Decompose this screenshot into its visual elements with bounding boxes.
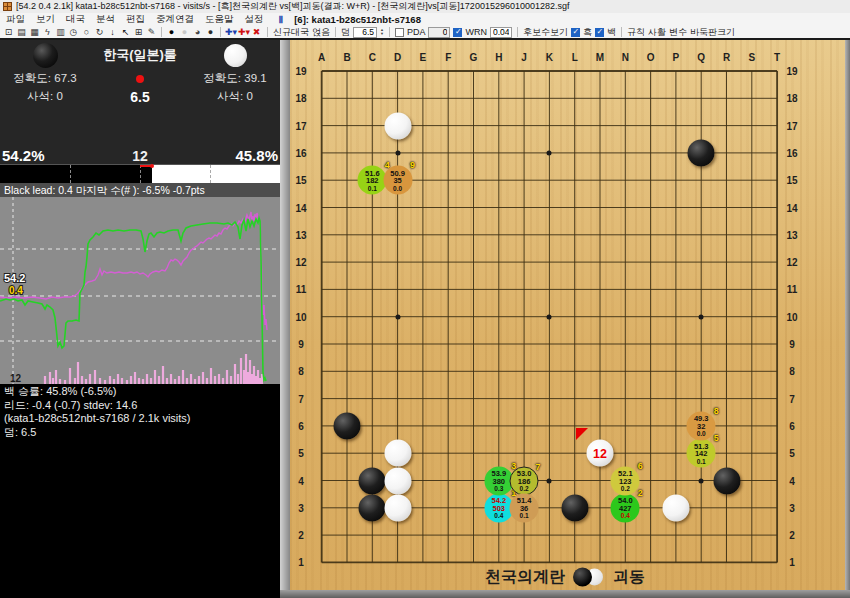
komi-input[interactable] [353, 27, 377, 38]
black-stone-Q16[interactable] [688, 139, 715, 166]
coord-col-H: H [495, 52, 502, 63]
open-folder-icon[interactable]: ▤ [16, 27, 27, 38]
black-stone-C4[interactable] [359, 467, 386, 494]
coord-row-left-12: 12 [295, 257, 306, 268]
computer-icon[interactable]: ⊡ [3, 27, 14, 38]
toolbar: ⊡▤▦ϟ▥◷○↻↓↖⊞✎●●◕●✚▾✚▾✖ 신규대국 얹음 덤 ▲▼ PDA W… [0, 26, 850, 40]
red-cross-icon[interactable]: ✚▾ [238, 27, 249, 38]
coord-col-B: B [343, 52, 350, 63]
black-stone-icon[interactable]: ● [166, 27, 177, 38]
candidate-stat: 123 [619, 477, 632, 485]
candidate-stat: 186 [518, 477, 531, 485]
coord-row-left-7: 7 [298, 393, 304, 404]
coord-row-right-19: 19 [786, 66, 797, 77]
app-window: [54.2 0.4 2.1k] kata1-b28c512nbt-s7168 -… [0, 0, 850, 598]
white-winrate-pct: 45.8% [235, 147, 278, 164]
coord-row-right-5: 5 [789, 448, 795, 459]
coord-row-right-15: 15 [786, 175, 797, 186]
separator [389, 27, 390, 37]
coord-row-right-17: 17 [786, 120, 797, 131]
coord-col-T: T [774, 52, 780, 63]
black-player-name: 천국의계란 [485, 567, 565, 588]
candidate-move-N4[interactable]: 52.11230.26 [611, 466, 640, 495]
black-candidates-label: 흑 [583, 26, 592, 39]
winrate-bar-black [0, 165, 152, 183]
star-point-D10 [395, 314, 400, 319]
white-stone-M5[interactable]: 12 [587, 440, 614, 467]
star-point-Q10 [699, 314, 704, 319]
candidate-stat: 32 [697, 422, 705, 430]
star-point-K10 [547, 314, 552, 319]
black-player-stone-icon [33, 43, 58, 68]
app-icon [3, 2, 12, 11]
coord-row-right-2: 2 [789, 530, 795, 541]
bar-25pct-mark [70, 165, 71, 183]
coord-row-left-9: 9 [298, 339, 304, 350]
candidate-stat: 0.1 [697, 457, 706, 464]
white-candidates-checkbox[interactable] [595, 28, 604, 37]
candidate-rank: 8 [714, 405, 719, 415]
players-caption: 천국의계란 괴동 [485, 567, 645, 588]
candidate-move-Q5[interactable]: 51.31420.15 [687, 439, 716, 468]
coord-row-left-17: 17 [295, 120, 306, 131]
separator [621, 27, 622, 37]
move-number-label: 12 [132, 148, 148, 164]
separator [267, 27, 268, 37]
candidate-stat: 36 [520, 504, 528, 512]
coord-row-left-5: 5 [298, 448, 304, 459]
coord-col-Q: Q [697, 52, 705, 63]
svg-text:12: 12 [10, 373, 22, 384]
panel-filler [0, 440, 280, 598]
separator [161, 27, 162, 37]
coord-col-L: L [572, 52, 578, 63]
coord-col-G: G [470, 52, 478, 63]
candidate-stat: 503 [493, 504, 506, 512]
black-winrate-pct: 54.2% [2, 147, 45, 164]
pda-input[interactable] [428, 27, 450, 38]
coord-row-right-7: 7 [789, 393, 795, 404]
star-point-D16 [395, 150, 400, 155]
lifedeath-button[interactable]: 사활 [648, 26, 666, 39]
window-title: [54.2 0.4 2.1k] kata1-b28c512nbt-s7168 -… [16, 0, 569, 13]
coord-col-R: R [723, 52, 730, 63]
white-candidates-label: 백 [607, 26, 616, 39]
black-stone-L3[interactable] [561, 494, 588, 521]
komi-spinner[interactable]: ▲▼ [380, 28, 384, 36]
coord-row-left-13: 13 [295, 229, 306, 240]
komi-label: 덤 [341, 26, 350, 39]
coord-col-O: O [647, 52, 655, 63]
coord-col-P: P [673, 52, 680, 63]
pda-checkbox[interactable] [395, 28, 404, 37]
blue-cross-icon[interactable]: ✚▾ [225, 27, 236, 38]
coord-row-right-14: 14 [786, 202, 797, 213]
menu-6[interactable]: 도움말 [205, 13, 234, 26]
info-line-1: 리드: -0.4 (-0.7) stdev: 14.6 [4, 399, 276, 413]
clock-icon[interactable]: ◷ [68, 27, 79, 38]
engine-info-text: 백 승률: 45.8% (-6.5%)리드: -0.4 (-0.7) stdev… [0, 384, 280, 440]
coord-row-right-10: 10 [786, 311, 797, 322]
white-stone-D3[interactable] [384, 494, 411, 521]
bar-75pct-mark [210, 165, 211, 183]
analysis-panel: 한국(일본)룰 정확도: 67.3 정확도: 39.1 사석: 0 6.5 사석… [0, 40, 280, 598]
candidate-stat: 182 [366, 177, 379, 185]
coord-row-left-6: 6 [298, 420, 304, 431]
menu-2[interactable]: 대국 [66, 13, 85, 26]
pda-label: PDA [407, 27, 426, 37]
star-point-Q4 [699, 478, 704, 483]
white-player-name: 괴동 [613, 567, 645, 588]
menu-bar: 파일보기대국분석편집중계연결도움말설정 Ⅱ [6]: kata1-b28c512… [0, 13, 850, 26]
white-stone-P3[interactable] [662, 494, 689, 521]
white-captures: 사석: 0 [190, 87, 280, 106]
candidate-rank: 7 [536, 461, 541, 471]
coord-col-J: J [521, 52, 527, 63]
candidate-stat: 0.1 [520, 512, 529, 519]
save-icon[interactable]: ▦ [29, 27, 40, 38]
white-player-stone-icon [224, 44, 247, 67]
graph-canvas[interactable]: 54.20.412 [0, 197, 280, 384]
candidate-stat: 427 [619, 504, 632, 512]
coord-col-C: C [369, 52, 376, 63]
menu-1[interactable]: 보기 [36, 13, 55, 26]
bar-deviation-dot [150, 164, 154, 168]
coord-col-F: F [445, 52, 451, 63]
star-point-K4 [547, 478, 552, 483]
black-stone-icon [573, 568, 592, 587]
grid-icon[interactable]: ⊞ [133, 27, 144, 38]
coord-row-right-4: 4 [789, 475, 795, 486]
candidate-stat: 35 [393, 177, 401, 185]
separator [335, 27, 336, 37]
candidate-move-N3[interactable]: 54.04270.42 [611, 493, 640, 522]
board-frame-bottom [280, 590, 850, 598]
current-move-dot-icon [136, 75, 144, 83]
winrate-labels: 54.2% 12 45.8% [0, 144, 280, 164]
black-stone-B6[interactable] [334, 412, 361, 439]
star-point-K16 [547, 150, 552, 155]
candidate-rank: 9 [410, 160, 415, 170]
chart-icon[interactable]: ▥ [55, 27, 66, 38]
candidate-move-J4[interactable]: 53.01860.27 [510, 466, 539, 495]
status-line: Black lead: 0.4 마지막 수(# ): -6.5% -0.7pts [0, 183, 280, 197]
rule-label: 한국(일본)룰 [103, 46, 177, 64]
coord-row-left-15: 15 [295, 175, 306, 186]
komi-value: 6.5 [130, 89, 149, 105]
coord-row-right-13: 13 [786, 229, 797, 240]
coord-row-right-3: 3 [789, 502, 795, 513]
board-frame-right [845, 40, 850, 598]
lightning-icon[interactable]: ϟ [42, 27, 53, 38]
coord-row-left-18: 18 [295, 93, 306, 104]
coord-col-N: N [622, 52, 629, 63]
coord-row-left-4: 4 [298, 475, 304, 486]
coord-row-right-9: 9 [789, 339, 795, 350]
candidates-toggle-label[interactable]: 후보수보기 [523, 26, 568, 39]
back-arrow-icon[interactable]: ↖ [120, 27, 131, 38]
coord-row-left-14: 14 [295, 202, 306, 213]
white-stone-D5[interactable] [384, 440, 411, 467]
black-stone-C3[interactable] [359, 494, 386, 521]
coord-row-right-16: 16 [786, 147, 797, 158]
candidate-rank: 2 [638, 487, 643, 497]
last-move-flag-icon [576, 428, 588, 440]
svg-text:54.2: 54.2 [4, 272, 25, 284]
engine-status: [6]: kata1-b28c512nbt-s7168 [294, 14, 421, 25]
candidate-stat: 0.2 [621, 485, 630, 492]
player-info-block: 한국(일본)룰 정확도: 67.3 정확도: 39.1 사석: 0 6.5 사석… [0, 40, 280, 144]
candidate-stat: 0.3 [494, 485, 503, 492]
down-arrow-icon[interactable]: ↓ [107, 27, 118, 38]
candidate-move-D15[interactable]: 50.9350.09 [383, 166, 412, 195]
winrate-bar[interactable] [0, 164, 280, 183]
rules-button[interactable]: 규칙 [627, 26, 645, 39]
coord-row-left-19: 19 [295, 66, 306, 77]
coord-row-right-8: 8 [789, 366, 795, 377]
coord-col-A: A [318, 52, 325, 63]
white-stone-D4[interactable] [384, 467, 411, 494]
bar-50pct-mark [140, 165, 141, 183]
candidate-stat: 142 [695, 450, 708, 458]
black-candidates-checkbox[interactable] [571, 28, 580, 37]
menu-4[interactable]: 편집 [126, 13, 145, 26]
go-board[interactable]: 천국의계란 괴동 ABCDEFGHJKLMNOPQRST191918181717… [290, 40, 845, 590]
candidate-move-J3[interactable]: 51.4360.1 [510, 493, 539, 522]
white-accuracy: 정확도: 39.1 [190, 70, 280, 87]
board-frame-left [280, 40, 290, 598]
wrn-input[interactable] [490, 27, 512, 38]
coord-row-right-18: 18 [786, 93, 797, 104]
black-captures: 사석: 0 [0, 87, 90, 106]
svg-text:0.4: 0.4 [9, 285, 23, 296]
black-stone-R4[interactable] [713, 467, 740, 494]
light-stone-icon[interactable]: ● [179, 27, 190, 38]
candidate-stat: 0.1 [368, 184, 377, 191]
candidate-move-Q6[interactable]: 49.3320.08 [687, 411, 716, 440]
red-x-icon[interactable]: ✖ [251, 27, 262, 38]
winrate-graph[interactable]: 54.20.412 [0, 197, 280, 384]
info-line-3: 덤: 6.5 [4, 426, 276, 440]
coord-row-right-1: 1 [789, 557, 795, 568]
boardsize-button[interactable]: 바둑판크기 [690, 26, 735, 39]
board-panel: 천국의계란 괴동 ABCDEFGHJKLMNOPQRST191918181717… [280, 40, 850, 598]
menu-7[interactable]: 설정 [245, 13, 264, 26]
last-move-number: 12 [593, 446, 607, 460]
variation-button[interactable]: 변수 [669, 26, 687, 39]
candidate-rank: 5 [714, 433, 719, 443]
coord-row-left-3: 3 [298, 502, 304, 513]
pause-icon[interactable]: Ⅱ [279, 14, 284, 25]
pencil-icon[interactable]: ✎ [146, 27, 157, 38]
menu-5[interactable]: 중계연결 [156, 13, 194, 26]
coord-row-right-11: 11 [787, 284, 798, 295]
new-game-button[interactable]: 신규대국 [273, 26, 309, 39]
candidate-stat: 0.0 [393, 184, 402, 191]
menu-0[interactable]: 파일 [6, 13, 25, 26]
candidate-rank: 6 [638, 460, 643, 470]
coord-col-S: S [748, 52, 755, 63]
coord-row-right-12: 12 [786, 257, 797, 268]
wrn-label: WRN [465, 27, 487, 37]
candidate-stat: 380 [493, 477, 506, 485]
coord-col-E: E [420, 52, 427, 63]
menu-3[interactable]: 분석 [96, 13, 115, 26]
coord-row-left-1: 1 [298, 557, 304, 568]
separator [220, 27, 221, 37]
title-bar: [54.2 0.4 2.1k] kata1-b28c512nbt-s7168 -… [0, 0, 850, 13]
white-stone-D17[interactable] [384, 112, 411, 139]
coord-col-D: D [394, 52, 401, 63]
place-button[interactable]: 얹음 [312, 26, 330, 39]
candidate-stat: 0.4 [494, 512, 503, 519]
candidate-stat: 0.0 [697, 430, 706, 437]
rotate-icon[interactable]: ↻ [94, 27, 105, 38]
coord-row-right-6: 6 [789, 420, 795, 431]
coord-row-left-8: 8 [298, 366, 304, 377]
coord-row-left-2: 2 [298, 530, 304, 541]
coord-row-left-10: 10 [295, 311, 306, 322]
hand-stone-icon[interactable]: ● [205, 27, 216, 38]
half-stone-icon[interactable]: ◕ [192, 27, 203, 38]
coord-row-left-16: 16 [295, 147, 306, 158]
candidate-stat: 0.4 [621, 512, 630, 519]
info-line-2: (kata1-b28c512nbt-s7168 / 2.1k visits) [4, 412, 276, 426]
wrn-checkbox[interactable] [453, 28, 462, 37]
coord-col-M: M [596, 52, 604, 63]
circle-icon[interactable]: ○ [81, 27, 92, 38]
separator [517, 27, 518, 37]
black-accuracy: 정확도: 67.3 [0, 70, 90, 87]
coord-col-K: K [546, 52, 553, 63]
info-line-0: 백 승률: 45.8% (-6.5%) [4, 385, 276, 399]
candidate-stat: 0.2 [520, 485, 529, 492]
players-stones-icon [573, 568, 605, 587]
coord-row-left-11: 11 [296, 284, 307, 295]
